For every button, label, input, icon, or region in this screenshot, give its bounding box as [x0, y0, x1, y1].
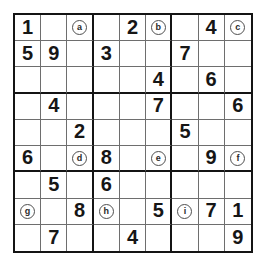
cell-r7c9[interactable]: [225, 172, 251, 198]
cell-r6c4[interactable]: 8: [94, 146, 120, 172]
cell-r3c1[interactable]: [15, 67, 41, 93]
given-digit: 6: [101, 174, 112, 194]
cell-r6c2[interactable]: [41, 146, 67, 172]
cell-r8c2[interactable]: [41, 199, 67, 225]
cell-r1c7[interactable]: [172, 15, 198, 41]
cell-r2c7[interactable]: 7: [172, 41, 198, 67]
circled-letter-a: a: [72, 20, 87, 35]
cell-r5c1[interactable]: [15, 120, 41, 146]
circled-letter-f: f: [230, 151, 245, 166]
given-digit: 8: [101, 147, 112, 167]
cell-r7c5[interactable]: [120, 172, 146, 198]
cell-r9c2[interactable]: 7: [41, 225, 67, 251]
cell-r4c6[interactable]: 7: [146, 94, 172, 120]
cell-r7c4[interactable]: 6: [94, 172, 120, 198]
cell-r3c2[interactable]: [41, 67, 67, 93]
sudoku-board: 1a2b4c593746476256d8e9f56g8h5i71749: [13, 13, 253, 253]
cell-r6c9[interactable]: f: [225, 146, 251, 172]
cell-r1c1[interactable]: 1: [15, 15, 41, 41]
circled-letter-i: i: [177, 204, 192, 219]
cell-r6c7[interactable]: [172, 146, 198, 172]
given-digit: 7: [206, 200, 217, 220]
given-digit: 4: [127, 227, 138, 247]
cell-r9c9[interactable]: 9: [225, 225, 251, 251]
given-digit: 1: [232, 200, 243, 220]
cell-r2c8[interactable]: [199, 41, 225, 67]
given-digit: 2: [74, 121, 85, 141]
cell-r6c5[interactable]: [120, 146, 146, 172]
cell-r8c6[interactable]: 5: [146, 199, 172, 225]
given-digit: 7: [153, 95, 164, 115]
cell-r9c3[interactable]: [67, 225, 93, 251]
cell-r5c4[interactable]: [94, 120, 120, 146]
cell-r9c8[interactable]: [199, 225, 225, 251]
given-digit: 9: [206, 147, 217, 167]
given-digit: 5: [153, 200, 164, 220]
cell-r9c5[interactable]: 4: [120, 225, 146, 251]
cell-r8c1[interactable]: g: [15, 199, 41, 225]
given-digit: 5: [22, 43, 33, 63]
cell-r8c7[interactable]: i: [172, 199, 198, 225]
given-digit: 7: [179, 43, 190, 63]
cell-r5c3[interactable]: 2: [67, 120, 93, 146]
cell-r5c2[interactable]: [41, 120, 67, 146]
cell-r4c1[interactable]: [15, 94, 41, 120]
cell-r6c3[interactable]: d: [67, 146, 93, 172]
cell-r1c2[interactable]: [41, 15, 67, 41]
given-digit: 3: [101, 43, 112, 63]
given-digit: 5: [179, 121, 190, 141]
cell-r4c4[interactable]: [94, 94, 120, 120]
given-digit: 4: [206, 17, 217, 37]
cell-r2c3[interactable]: [67, 41, 93, 67]
cell-r7c1[interactable]: [15, 172, 41, 198]
cell-r9c7[interactable]: [172, 225, 198, 251]
cell-r1c5[interactable]: 2: [120, 15, 146, 41]
cell-r8c3[interactable]: 8: [67, 199, 93, 225]
cell-r9c6[interactable]: [146, 225, 172, 251]
cell-r3c6[interactable]: 4: [146, 67, 172, 93]
given-digit: 5: [48, 174, 59, 194]
cell-r7c7[interactable]: [172, 172, 198, 198]
cell-r9c1[interactable]: [15, 225, 41, 251]
given-digit: 7: [48, 227, 59, 247]
cell-r2c4[interactable]: 3: [94, 41, 120, 67]
circled-letter-d: d: [72, 151, 87, 166]
sudoku-page: 1a2b4c593746476256d8e9f56g8h5i71749: [0, 0, 266, 266]
cell-r4c7[interactable]: [172, 94, 198, 120]
cell-r5c6[interactable]: [146, 120, 172, 146]
circled-letter-e: e: [151, 151, 166, 166]
cell-r5c9[interactable]: [225, 120, 251, 146]
cell-r4c2[interactable]: 4: [41, 94, 67, 120]
cell-r1c6[interactable]: b: [146, 15, 172, 41]
given-digit: 1: [22, 17, 33, 37]
cell-r6c8[interactable]: 9: [199, 146, 225, 172]
cell-r3c7[interactable]: [172, 67, 198, 93]
cell-r3c5[interactable]: [120, 67, 146, 93]
given-digit: 2: [127, 17, 138, 37]
cell-r4c3[interactable]: [67, 94, 93, 120]
given-digit: 9: [232, 227, 243, 247]
cell-r5c7[interactable]: 5: [172, 120, 198, 146]
cell-r7c2[interactable]: 5: [41, 172, 67, 198]
circled-letter-b: b: [151, 20, 166, 35]
circled-letter-h: h: [99, 204, 114, 219]
cell-r8c8[interactable]: 7: [199, 199, 225, 225]
cell-r1c3[interactable]: a: [67, 15, 93, 41]
cell-r7c8[interactable]: [199, 172, 225, 198]
cell-r7c3[interactable]: [67, 172, 93, 198]
circled-letter-g: g: [20, 204, 35, 219]
cell-r9c4[interactable]: [94, 225, 120, 251]
cell-r2c6[interactable]: [146, 41, 172, 67]
given-digit: 4: [48, 95, 59, 115]
cell-r3c9[interactable]: [225, 67, 251, 93]
given-digit: 4: [153, 69, 164, 89]
given-digit: 9: [48, 43, 59, 63]
cell-r4c9[interactable]: 6: [225, 94, 251, 120]
cell-r5c5[interactable]: [120, 120, 146, 146]
given-digit: 6: [22, 147, 33, 167]
cell-r1c4[interactable]: [94, 15, 120, 41]
circled-letter-c: c: [230, 20, 245, 35]
cell-r2c2[interactable]: 9: [41, 41, 67, 67]
cell-r6c6[interactable]: e: [146, 146, 172, 172]
cell-r8c4[interactable]: h: [94, 199, 120, 225]
cell-r8c5[interactable]: [120, 199, 146, 225]
cell-r5c8[interactable]: [199, 120, 225, 146]
cell-r3c8[interactable]: 6: [199, 67, 225, 93]
cell-r4c5[interactable]: [120, 94, 146, 120]
cell-r2c1[interactable]: 5: [15, 41, 41, 67]
given-digit: 6: [232, 95, 243, 115]
given-digit: 6: [206, 69, 217, 89]
cell-r6c1[interactable]: 6: [15, 146, 41, 172]
cell-r8c9[interactable]: 1: [225, 199, 251, 225]
cell-r2c5[interactable]: [120, 41, 146, 67]
cell-r3c3[interactable]: [67, 67, 93, 93]
cell-r7c6[interactable]: [146, 172, 172, 198]
cell-r2c9[interactable]: [225, 41, 251, 67]
given-digit: 8: [74, 200, 85, 220]
cell-r4c8[interactable]: [199, 94, 225, 120]
cell-r3c4[interactable]: [94, 67, 120, 93]
cell-r1c9[interactable]: c: [225, 15, 251, 41]
cell-r1c8[interactable]: 4: [199, 15, 225, 41]
